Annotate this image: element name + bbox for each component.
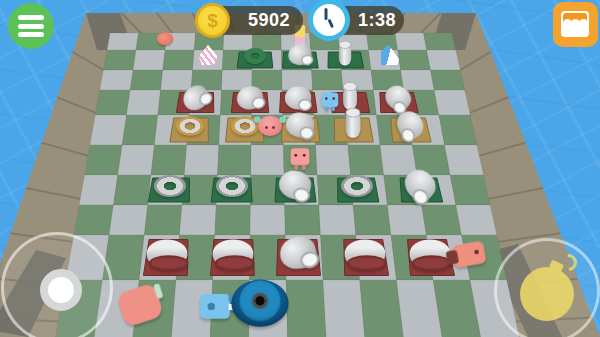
board-cell xyxy=(341,70,373,90)
board-cell xyxy=(161,70,193,90)
pad-red xyxy=(344,240,389,276)
board-cell xyxy=(395,33,427,50)
pad-green xyxy=(338,178,379,202)
board-cell xyxy=(144,205,182,235)
pad-green xyxy=(148,178,189,202)
pad-tan xyxy=(335,118,374,142)
board-cell xyxy=(445,145,484,175)
board-cell xyxy=(282,70,313,90)
board-cell xyxy=(251,145,284,175)
board-cell xyxy=(250,205,285,235)
pad-green xyxy=(275,178,316,202)
pad-red xyxy=(408,240,455,276)
board-cell xyxy=(210,280,250,337)
board-cell xyxy=(223,33,252,50)
board-cell xyxy=(100,70,133,90)
board-cell xyxy=(218,145,252,175)
coin-amount: 5902 xyxy=(235,6,303,35)
board-cell xyxy=(103,50,136,70)
board-cell xyxy=(348,145,384,175)
time-remaining: 1:38 xyxy=(350,6,404,35)
board-cell xyxy=(171,280,212,337)
board-cell xyxy=(85,145,123,175)
bomb-icon xyxy=(520,267,574,321)
board-cell xyxy=(133,280,177,337)
board-cell xyxy=(122,115,158,145)
board-cell xyxy=(424,33,456,50)
board-cell xyxy=(109,205,148,235)
board-cell xyxy=(74,205,114,235)
storefront-icon xyxy=(561,11,589,37)
board-cell xyxy=(371,70,404,90)
board-cell xyxy=(151,145,187,175)
board-cell xyxy=(133,50,165,70)
pad-green xyxy=(237,52,273,68)
board-cell xyxy=(431,70,465,90)
board-cell xyxy=(165,33,195,50)
board-cell xyxy=(163,50,194,70)
board-cell xyxy=(136,33,167,50)
pad-red xyxy=(231,93,268,113)
board-cell xyxy=(323,280,365,337)
board-cell xyxy=(398,50,431,70)
pad-red xyxy=(176,93,213,113)
board-cell xyxy=(252,70,282,90)
shop-button[interactable] xyxy=(553,2,598,47)
board-cell xyxy=(422,205,462,235)
board-cell xyxy=(319,205,356,235)
match-timer: 1:38 xyxy=(314,6,404,35)
board-cell xyxy=(95,90,130,115)
board-cell xyxy=(252,33,281,50)
board-cell xyxy=(191,70,222,90)
board-cell xyxy=(456,205,497,235)
board-cell xyxy=(79,175,118,205)
board-cell xyxy=(127,90,161,115)
pad-red xyxy=(280,93,317,113)
board-cell xyxy=(180,205,217,235)
board-cell xyxy=(184,145,219,175)
pad-green xyxy=(211,178,252,202)
board-cell xyxy=(316,145,351,175)
board-cell xyxy=(249,280,288,337)
board-cell xyxy=(107,33,139,50)
board-cell xyxy=(450,175,490,205)
board-cell xyxy=(412,145,450,175)
board-cell xyxy=(369,50,401,70)
pad-green xyxy=(328,52,364,68)
hamburger-menu-icon xyxy=(18,12,44,41)
board-cell xyxy=(367,33,398,50)
pad-tan xyxy=(170,118,209,142)
board-cell xyxy=(215,205,251,235)
virtual-joystick[interactable] xyxy=(1,232,113,337)
bomb-ability-button[interactable] xyxy=(494,238,600,337)
board-cell xyxy=(434,90,470,115)
pad-red xyxy=(210,240,254,276)
pad-tan xyxy=(281,118,320,142)
board-cell xyxy=(380,145,417,175)
board-cell xyxy=(221,70,252,90)
coin-counter: $ 5902 xyxy=(199,6,303,35)
menu-button[interactable] xyxy=(8,3,54,49)
board-cell xyxy=(353,205,391,235)
pad-green xyxy=(283,52,319,68)
board-cell xyxy=(90,115,127,145)
pad-tan xyxy=(226,118,265,142)
clock-icon xyxy=(308,0,350,41)
board-cell xyxy=(286,280,326,337)
pad-green xyxy=(400,178,443,202)
board-cell xyxy=(427,50,461,70)
board-cell xyxy=(113,175,151,205)
board-cell xyxy=(283,145,317,175)
board-cell xyxy=(387,205,426,235)
board-cell xyxy=(401,70,435,90)
board-cell xyxy=(312,70,344,90)
pad-red xyxy=(277,240,321,276)
board-cell xyxy=(130,70,163,90)
coin-dollar-icon: $ xyxy=(195,3,230,38)
board-cell xyxy=(285,205,321,235)
joystick-knob[interactable] xyxy=(40,269,82,311)
pad-tan xyxy=(391,118,431,142)
pad-red xyxy=(380,93,418,113)
board-cell xyxy=(439,115,477,145)
pad-red xyxy=(332,93,369,113)
board-cell xyxy=(281,33,310,50)
game-screen: $ 5902 1:38 xyxy=(0,0,600,337)
board-cell xyxy=(193,50,224,70)
pad-red xyxy=(143,240,188,276)
board-cell xyxy=(118,145,155,175)
